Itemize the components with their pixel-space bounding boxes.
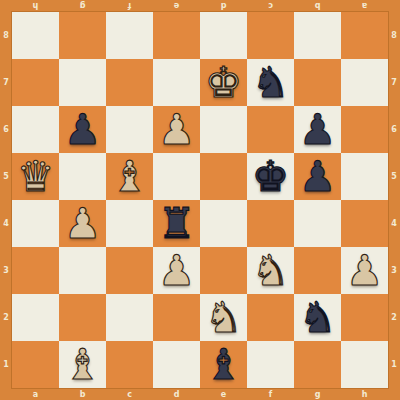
file-label-g-bottom: g [294, 388, 341, 400]
square-g2[interactable]: ♞ [294, 294, 341, 341]
square-a7[interactable] [12, 59, 59, 106]
white-king-e7[interactable]: ♚ [200, 59, 247, 106]
square-h8[interactable] [341, 12, 388, 59]
file-label-b-bottom: b [59, 388, 106, 400]
file-label-f-bottom: f [247, 388, 294, 400]
square-c1[interactable] [106, 341, 153, 388]
square-e2[interactable]: ♞ [200, 294, 247, 341]
rank-label-1-right: 1 [388, 341, 400, 388]
board-grid: ♚♞♟♟♟♛♝♚♟♟♜♟♞♟♞♞♝♝ [12, 12, 388, 388]
square-b3[interactable] [59, 247, 106, 294]
square-a4[interactable] [12, 200, 59, 247]
square-c2[interactable] [106, 294, 153, 341]
white-pawn-d6[interactable]: ♟ [153, 106, 200, 153]
square-e6[interactable] [200, 106, 247, 153]
square-b2[interactable] [59, 294, 106, 341]
file-label-c-top: c [247, 0, 294, 12]
square-e1[interactable]: ♝ [200, 341, 247, 388]
rank-label-6-right: 6 [388, 106, 400, 153]
square-e5[interactable] [200, 153, 247, 200]
square-a6[interactable] [12, 106, 59, 153]
file-label-g-top: g [59, 0, 106, 12]
white-pawn-d3[interactable]: ♟ [153, 247, 200, 294]
square-f8[interactable] [247, 12, 294, 59]
white-queen-a5[interactable]: ♛ [12, 153, 59, 200]
square-h2[interactable] [341, 294, 388, 341]
square-b6[interactable]: ♟ [59, 106, 106, 153]
black-knight-f7[interactable]: ♞ [247, 59, 294, 106]
rank-label-5-left: 5 [0, 153, 12, 200]
file-label-c-bottom: c [106, 388, 153, 400]
square-f4[interactable] [247, 200, 294, 247]
square-b8[interactable] [59, 12, 106, 59]
square-g1[interactable] [294, 341, 341, 388]
square-f2[interactable] [247, 294, 294, 341]
rank-label-8-left: 8 [0, 12, 12, 59]
rank-label-6-left: 6 [0, 106, 12, 153]
white-pawn-b4[interactable]: ♟ [59, 200, 106, 247]
file-labels-bottom: abcdefgh [12, 388, 388, 400]
rank-label-4-left: 4 [0, 200, 12, 247]
square-c5[interactable]: ♝ [106, 153, 153, 200]
square-d7[interactable] [153, 59, 200, 106]
square-h1[interactable] [341, 341, 388, 388]
rank-label-3-right: 3 [388, 247, 400, 294]
square-f1[interactable] [247, 341, 294, 388]
square-g8[interactable] [294, 12, 341, 59]
square-h5[interactable] [341, 153, 388, 200]
square-a3[interactable] [12, 247, 59, 294]
black-knight-g2[interactable]: ♞ [294, 294, 341, 341]
square-f7[interactable]: ♞ [247, 59, 294, 106]
square-h3[interactable]: ♟ [341, 247, 388, 294]
square-c7[interactable] [106, 59, 153, 106]
square-c4[interactable] [106, 200, 153, 247]
rank-label-8-right: 8 [388, 12, 400, 59]
square-c8[interactable] [106, 12, 153, 59]
square-h4[interactable] [341, 200, 388, 247]
square-f5[interactable]: ♚ [247, 153, 294, 200]
square-b7[interactable] [59, 59, 106, 106]
square-a5[interactable]: ♛ [12, 153, 59, 200]
square-d2[interactable] [153, 294, 200, 341]
rank-label-1-left: 1 [0, 341, 12, 388]
black-pawn-g5[interactable]: ♟ [294, 153, 341, 200]
black-bishop-e1[interactable]: ♝ [200, 341, 247, 388]
black-pawn-b6[interactable]: ♟ [59, 106, 106, 153]
file-label-e-top: e [153, 0, 200, 12]
file-label-a-bottom: a [12, 388, 59, 400]
square-g7[interactable] [294, 59, 341, 106]
rank-labels-right: 87654321 [388, 12, 400, 388]
square-d8[interactable] [153, 12, 200, 59]
square-g6[interactable]: ♟ [294, 106, 341, 153]
file-label-f-top: f [106, 0, 153, 12]
rank-label-4-right: 4 [388, 200, 400, 247]
rank-label-2-right: 2 [388, 294, 400, 341]
square-b5[interactable] [59, 153, 106, 200]
file-label-b-top: b [294, 0, 341, 12]
square-b1[interactable]: ♝ [59, 341, 106, 388]
square-f6[interactable] [247, 106, 294, 153]
white-pawn-h3[interactable]: ♟ [341, 247, 388, 294]
chessboard: abcdefgh 87654321 87654321 ♚♞♟♟♟♛♝♚♟♟♜♟♞… [0, 0, 400, 400]
square-c3[interactable] [106, 247, 153, 294]
square-e4[interactable] [200, 200, 247, 247]
square-g5[interactable]: ♟ [294, 153, 341, 200]
white-bishop-b1[interactable]: ♝ [59, 341, 106, 388]
file-label-h-bottom: h [341, 388, 388, 400]
file-label-a-top: a [341, 0, 388, 12]
rank-label-5-right: 5 [388, 153, 400, 200]
square-f3[interactable]: ♞ [247, 247, 294, 294]
square-c6[interactable] [106, 106, 153, 153]
square-d3[interactable]: ♟ [153, 247, 200, 294]
square-e7[interactable]: ♚ [200, 59, 247, 106]
square-g3[interactable] [294, 247, 341, 294]
square-d1[interactable] [153, 341, 200, 388]
rank-labels-left: 87654321 [0, 12, 12, 388]
black-pawn-g6[interactable]: ♟ [294, 106, 341, 153]
black-rook-d4[interactable]: ♜ [153, 200, 200, 247]
rank-label-7-left: 7 [0, 59, 12, 106]
file-label-e-bottom: e [200, 388, 247, 400]
rank-label-2-left: 2 [0, 294, 12, 341]
square-g4[interactable] [294, 200, 341, 247]
square-a1[interactable] [12, 341, 59, 388]
white-knight-e2[interactable]: ♞ [200, 294, 247, 341]
square-b4[interactable]: ♟ [59, 200, 106, 247]
square-d4[interactable]: ♜ [153, 200, 200, 247]
file-label-d-top: d [200, 0, 247, 12]
square-h7[interactable] [341, 59, 388, 106]
square-h6[interactable] [341, 106, 388, 153]
rank-label-3-left: 3 [0, 247, 12, 294]
square-e3[interactable] [200, 247, 247, 294]
white-knight-f3[interactable]: ♞ [247, 247, 294, 294]
rank-label-7-right: 7 [388, 59, 400, 106]
file-labels-top: abcdefgh [12, 0, 388, 12]
square-e8[interactable] [200, 12, 247, 59]
square-d6[interactable]: ♟ [153, 106, 200, 153]
square-a8[interactable] [12, 12, 59, 59]
square-d5[interactable] [153, 153, 200, 200]
square-a2[interactable] [12, 294, 59, 341]
black-king-f5[interactable]: ♚ [247, 153, 294, 200]
white-bishop-c5[interactable]: ♝ [106, 153, 153, 200]
file-label-h-top: h [12, 0, 59, 12]
file-label-d-bottom: d [153, 388, 200, 400]
